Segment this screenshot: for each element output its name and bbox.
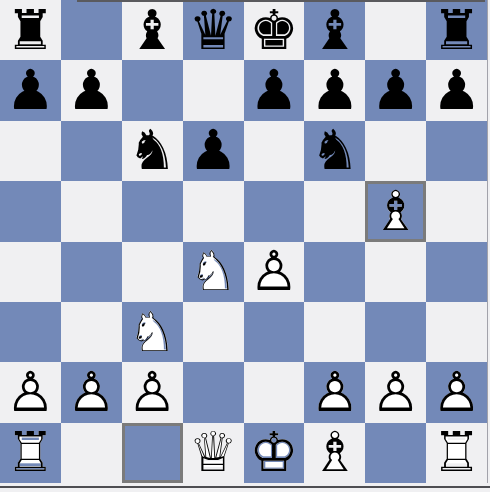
black-rook[interactable]: ♜ <box>426 0 487 60</box>
square-c7[interactable] <box>122 60 183 120</box>
square-b4[interactable] <box>61 242 122 302</box>
square-e3[interactable] <box>244 302 305 362</box>
square-f3[interactable] <box>304 302 365 362</box>
square-b7[interactable]: ♟ <box>61 60 122 120</box>
square-f1[interactable]: ♝♗ <box>304 423 365 483</box>
square-g1[interactable] <box>365 423 426 483</box>
square-h1[interactable]: ♜♖ <box>426 423 487 483</box>
square-a7[interactable]: ♟ <box>0 60 61 120</box>
square-b5[interactable] <box>61 181 122 241</box>
white-pawn[interactable]: ♙ <box>61 362 122 422</box>
square-e6[interactable] <box>244 121 305 181</box>
square-a1[interactable]: ♜♖ <box>0 423 61 483</box>
square-c3[interactable]: ♞♘ <box>122 302 183 362</box>
square-d8[interactable]: ♛ <box>183 0 244 60</box>
square-e7[interactable]: ♟ <box>244 60 305 120</box>
black-knight[interactable]: ♞ <box>304 121 365 181</box>
square-e5[interactable] <box>244 181 305 241</box>
black-pawn[interactable]: ♟ <box>61 60 122 120</box>
square-h5[interactable] <box>426 181 487 241</box>
square-h7[interactable]: ♟ <box>426 60 487 120</box>
square-d6[interactable]: ♟ <box>183 121 244 181</box>
square-b2[interactable]: ♟♙ <box>61 362 122 422</box>
square-f7[interactable]: ♟ <box>304 60 365 120</box>
square-h6[interactable] <box>426 121 487 181</box>
square-a5[interactable] <box>0 181 61 241</box>
black-queen[interactable]: ♛ <box>183 0 244 60</box>
bottom-border-line <box>0 486 490 488</box>
white-bishop[interactable]: ♗ <box>304 423 365 483</box>
white-knight[interactable]: ♘ <box>122 302 183 362</box>
square-h2[interactable]: ♟♙ <box>426 362 487 422</box>
top-border-line <box>77 0 485 2</box>
square-f6[interactable]: ♞ <box>304 121 365 181</box>
white-pawn[interactable]: ♙ <box>304 362 365 422</box>
square-c4[interactable] <box>122 242 183 302</box>
square-f2[interactable]: ♟♙ <box>304 362 365 422</box>
square-g7[interactable]: ♟ <box>365 60 426 120</box>
black-bishop[interactable]: ♝ <box>122 0 183 60</box>
black-pawn[interactable]: ♟ <box>426 60 487 120</box>
square-g6[interactable] <box>365 121 426 181</box>
white-king[interactable]: ♔ <box>244 423 305 483</box>
square-d1[interactable]: ♛♕ <box>183 423 244 483</box>
square-c2[interactable]: ♟♙ <box>122 362 183 422</box>
white-knight[interactable]: ♘ <box>183 242 244 302</box>
square-f8[interactable]: ♝ <box>304 0 365 60</box>
square-f5[interactable] <box>304 181 365 241</box>
black-rook[interactable]: ♜ <box>0 0 61 60</box>
chess-board: ♜♝♛♚♝♜♟♟♟♟♟♟♞♟♞♝♗♞♘♟♙♞♘♟♙♟♙♟♙♟♙♟♙♟♙♜♖♛♕♚… <box>0 0 487 483</box>
square-e8[interactable]: ♚ <box>244 0 305 60</box>
black-bishop[interactable]: ♝ <box>304 0 365 60</box>
black-pawn[interactable]: ♟ <box>244 60 305 120</box>
right-border-line <box>487 0 488 483</box>
square-d4[interactable]: ♞♘ <box>183 242 244 302</box>
square-g4[interactable] <box>365 242 426 302</box>
square-e4[interactable]: ♟♙ <box>244 242 305 302</box>
square-g8[interactable] <box>365 0 426 60</box>
square-a6[interactable] <box>0 121 61 181</box>
white-rook[interactable]: ♖ <box>426 423 487 483</box>
square-c1[interactable] <box>122 423 183 483</box>
square-d2[interactable] <box>183 362 244 422</box>
square-b8[interactable] <box>61 0 122 60</box>
square-e2[interactable] <box>244 362 305 422</box>
white-pawn[interactable]: ♙ <box>0 362 61 422</box>
black-pawn[interactable]: ♟ <box>304 60 365 120</box>
black-king[interactable]: ♚ <box>244 0 305 60</box>
black-pawn[interactable]: ♟ <box>183 121 244 181</box>
square-d3[interactable] <box>183 302 244 362</box>
white-pawn[interactable]: ♙ <box>365 362 426 422</box>
square-c6[interactable]: ♞ <box>122 121 183 181</box>
square-d5[interactable] <box>183 181 244 241</box>
square-h3[interactable] <box>426 302 487 362</box>
black-pawn[interactable]: ♟ <box>0 60 61 120</box>
square-g5[interactable]: ♝♗ <box>365 181 426 241</box>
square-d7[interactable] <box>183 60 244 120</box>
square-f4[interactable] <box>304 242 365 302</box>
black-knight[interactable]: ♞ <box>122 121 183 181</box>
white-pawn[interactable]: ♙ <box>122 362 183 422</box>
black-pawn[interactable]: ♟ <box>365 60 426 120</box>
square-b3[interactable] <box>61 302 122 362</box>
square-h4[interactable] <box>426 242 487 302</box>
white-queen[interactable]: ♕ <box>183 423 244 483</box>
square-a2[interactable]: ♟♙ <box>0 362 61 422</box>
white-bishop[interactable]: ♗ <box>365 181 426 241</box>
square-h8[interactable]: ♜ <box>426 0 487 60</box>
square-c8[interactable]: ♝ <box>122 0 183 60</box>
square-a3[interactable] <box>0 302 61 362</box>
white-pawn[interactable]: ♙ <box>244 242 305 302</box>
square-b1[interactable] <box>61 423 122 483</box>
square-a4[interactable] <box>0 242 61 302</box>
white-rook[interactable]: ♖ <box>0 423 61 483</box>
square-e1[interactable]: ♚♔ <box>244 423 305 483</box>
square-g3[interactable] <box>365 302 426 362</box>
square-c5[interactable] <box>122 181 183 241</box>
square-b6[interactable] <box>61 121 122 181</box>
white-pawn[interactable]: ♙ <box>426 362 487 422</box>
square-a8[interactable]: ♜ <box>0 0 61 60</box>
square-g2[interactable]: ♟♙ <box>365 362 426 422</box>
